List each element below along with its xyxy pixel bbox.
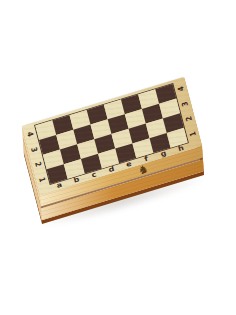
chess-box-photo: ♞ 4321 4321 abcdefgh: [0, 0, 236, 315]
